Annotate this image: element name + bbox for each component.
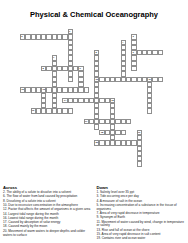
- clue-number: 8: [42, 67, 43, 69]
- clue-number: 18: [101, 131, 104, 133]
- clue-number: 1: [69, 30, 70, 32]
- crossword-grid: 1234567891011121314151617181920: [20, 29, 168, 167]
- blocked-cell: [163, 161, 168, 166]
- clue-number: 16: [32, 109, 35, 111]
- clue-number: 2: [21, 35, 22, 37]
- clue-number: 4: [122, 41, 123, 43]
- crossword-board: 1234567891011121314151617181920: [20, 29, 168, 167]
- clue-lists: Across 2. The ability of a solute to dis…: [3, 185, 185, 242]
- down-clue-list: 1. Salinity level over 35 ppt3. Tide occ…: [97, 191, 186, 241]
- clue-number: 14: [64, 99, 67, 101]
- across-clue-list: 2. The ability of a solute to dissolve i…: [3, 191, 92, 237]
- clue-number: 5: [95, 51, 96, 53]
- down-clues: Down 1. Salinity level over 35 ppt3. Tid…: [97, 185, 186, 242]
- clue-number: 6: [132, 51, 133, 53]
- clue-number: 3: [132, 35, 133, 37]
- clue-number: 20: [95, 141, 98, 143]
- across-clue: 20. Movement of warm waters to deeper de…: [3, 230, 92, 238]
- page-title: Physical & Chemical Oceanography: [0, 10, 188, 19]
- clue-number: 17: [85, 120, 88, 122]
- clue-number: 10: [95, 78, 98, 80]
- clue-number: 12: [21, 88, 24, 90]
- clue-number: 19: [138, 131, 141, 133]
- down-clue: 19. Contains river and ocean water: [97, 237, 186, 241]
- clue-number: 7: [53, 56, 54, 58]
- clue-number: 15: [111, 99, 114, 101]
- clue-number: 11: [148, 78, 150, 80]
- clue-number: 13: [42, 88, 45, 90]
- across-clues: Across 2. The ability of a solute to dis…: [3, 185, 92, 242]
- clue-number: 9: [80, 67, 81, 69]
